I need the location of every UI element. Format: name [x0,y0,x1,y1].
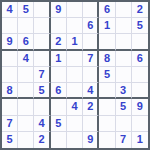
cell-r9c6[interactable]: 9 [83,132,99,148]
cell-r6c1[interactable]: 8 [2,83,18,99]
cell-r9c8[interactable]: 7 [116,132,132,148]
cell-r2c7[interactable]: 1 [99,18,115,34]
cell-r1c1[interactable]: 4 [2,2,18,18]
cell-r4c9[interactable]: 6 [132,51,148,67]
cell-r2c9[interactable]: 5 [132,18,148,34]
cell-r5c8[interactable] [116,67,132,83]
cell-r9c3[interactable]: 2 [34,132,50,148]
cell-r1c6[interactable] [83,2,99,18]
cell-r8c9[interactable] [132,116,148,132]
cell-r5c1[interactable] [2,67,18,83]
cell-r9c5[interactable] [67,132,83,148]
cell-r5c6[interactable] [83,67,99,83]
cell-r7c4[interactable] [51,99,67,115]
cell-r9c7[interactable] [99,132,115,148]
cell-r2c8[interactable] [116,18,132,34]
cell-r1c2[interactable]: 5 [18,2,34,18]
cell-r8c6[interactable] [83,116,99,132]
cell-r5c9[interactable] [132,67,148,83]
cell-r3c7[interactable] [99,34,115,50]
cell-r2c2[interactable] [18,18,34,34]
cell-r5c4[interactable] [51,67,67,83]
cell-r1c8[interactable] [116,2,132,18]
cell-r9c1[interactable]: 5 [2,132,18,148]
cell-r4c2[interactable]: 4 [18,51,34,67]
cell-r4c6[interactable]: 7 [83,51,99,67]
cell-r1c9[interactable]: 2 [132,2,148,18]
cell-r1c7[interactable]: 6 [99,2,115,18]
cell-r6c8[interactable]: 3 [116,83,132,99]
cell-r7c2[interactable] [18,99,34,115]
cell-r8c4[interactable]: 5 [51,116,67,132]
cell-r7c7[interactable] [99,99,115,115]
cell-r3c5[interactable]: 1 [67,34,83,50]
cell-r4c1[interactable] [2,51,18,67]
cell-r3c1[interactable]: 9 [2,34,18,50]
cell-r3c4[interactable]: 2 [51,34,67,50]
cell-r9c9[interactable]: 1 [132,132,148,148]
cell-r6c9[interactable] [132,83,148,99]
cell-r6c5[interactable] [67,83,83,99]
cell-r9c4[interactable] [51,132,67,148]
cell-r8c1[interactable]: 7 [2,116,18,132]
cell-r2c6[interactable]: 6 [83,18,99,34]
cell-r2c5[interactable] [67,18,83,34]
cell-r2c3[interactable] [34,18,50,34]
cell-r9c2[interactable] [18,132,34,148]
cell-r1c3[interactable] [34,2,50,18]
cell-r6c2[interactable] [18,83,34,99]
cell-r4c3[interactable] [34,51,50,67]
cell-r8c8[interactable] [116,116,132,132]
cell-r5c7[interactable]: 5 [99,67,115,83]
cell-r1c5[interactable] [67,2,83,18]
cell-r6c4[interactable]: 6 [51,83,67,99]
cell-r6c7[interactable] [99,83,115,99]
cell-r4c8[interactable] [116,51,132,67]
cell-r3c8[interactable] [116,34,132,50]
cell-r1c4[interactable]: 9 [51,2,67,18]
cell-r4c4[interactable]: 1 [51,51,67,67]
cell-r7c3[interactable] [34,99,50,115]
cell-r7c9[interactable]: 9 [132,99,148,115]
cell-r8c2[interactable] [18,116,34,132]
cell-r3c3[interactable] [34,34,50,50]
cell-r5c5[interactable] [67,67,83,83]
cell-r5c3[interactable]: 7 [34,67,50,83]
cell-r4c7[interactable]: 8 [99,51,115,67]
cell-r3c6[interactable] [83,34,99,50]
cell-r6c3[interactable]: 5 [34,83,50,99]
cell-r2c4[interactable] [51,18,67,34]
cell-r7c6[interactable]: 2 [83,99,99,115]
cell-r3c9[interactable] [132,34,148,50]
cell-r5c2[interactable] [18,67,34,83]
cell-r7c1[interactable] [2,99,18,115]
cell-r7c8[interactable]: 5 [116,99,132,115]
cell-r7c5[interactable]: 4 [67,99,83,115]
cell-r8c5[interactable] [67,116,83,132]
cell-r2c1[interactable] [2,18,18,34]
sudoku-board: 459626159621417867585643425974552971 [0,0,150,150]
cell-r8c7[interactable] [99,116,115,132]
cell-r8c3[interactable]: 4 [34,116,50,132]
cell-r6c6[interactable]: 4 [83,83,99,99]
cell-r3c2[interactable]: 6 [18,34,34,50]
cell-r4c5[interactable] [67,51,83,67]
